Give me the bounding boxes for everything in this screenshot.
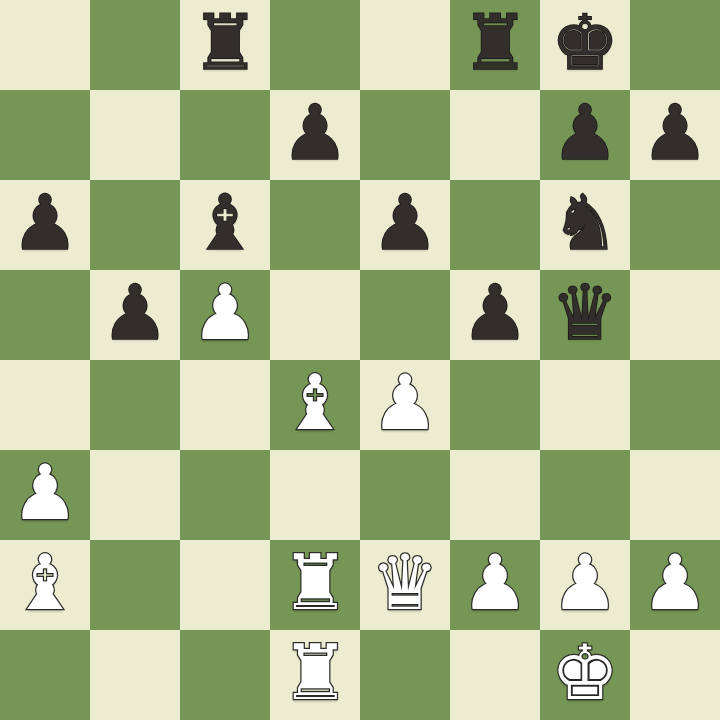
white-pawn-h2[interactable]: ♟ <box>641 540 709 628</box>
square-c5[interactable]: ♟ <box>180 270 270 360</box>
square-h7[interactable]: ♟ <box>630 90 720 180</box>
square-f1[interactable] <box>450 630 540 720</box>
square-g4[interactable] <box>540 360 630 450</box>
square-e2[interactable]: ♛ <box>360 540 450 630</box>
square-f5[interactable]: ♟ <box>450 270 540 360</box>
square-d7[interactable]: ♟ <box>270 90 360 180</box>
square-a7[interactable] <box>0 90 90 180</box>
square-g6[interactable]: ♞ <box>540 180 630 270</box>
square-h2[interactable]: ♟ <box>630 540 720 630</box>
square-d1[interactable]: ♜ <box>270 630 360 720</box>
square-a2[interactable]: ♝ <box>0 540 90 630</box>
square-c1[interactable] <box>180 630 270 720</box>
black-knight-g6[interactable]: ♞ <box>551 180 619 268</box>
square-c7[interactable] <box>180 90 270 180</box>
black-pawn-b5[interactable]: ♟ <box>101 270 169 358</box>
square-b3[interactable] <box>90 450 180 540</box>
square-g5[interactable]: ♛ <box>540 270 630 360</box>
square-d5[interactable] <box>270 270 360 360</box>
square-e7[interactable] <box>360 90 450 180</box>
square-g3[interactable] <box>540 450 630 540</box>
white-bishop-a2[interactable]: ♝ <box>11 540 79 628</box>
square-b1[interactable] <box>90 630 180 720</box>
white-rook-d2[interactable]: ♜ <box>281 540 349 628</box>
square-h4[interactable] <box>630 360 720 450</box>
square-c8[interactable]: ♜ <box>180 0 270 90</box>
square-g8[interactable]: ♚ <box>540 0 630 90</box>
square-d6[interactable] <box>270 180 360 270</box>
black-pawn-f5[interactable]: ♟ <box>461 270 529 358</box>
square-b4[interactable] <box>90 360 180 450</box>
square-e4[interactable]: ♟ <box>360 360 450 450</box>
square-e1[interactable] <box>360 630 450 720</box>
square-e8[interactable] <box>360 0 450 90</box>
square-f6[interactable] <box>450 180 540 270</box>
square-f4[interactable] <box>450 360 540 450</box>
square-a6[interactable]: ♟ <box>0 180 90 270</box>
square-d2[interactable]: ♜ <box>270 540 360 630</box>
black-king-g8[interactable]: ♚ <box>551 0 619 88</box>
black-queen-g5[interactable]: ♛ <box>551 270 619 358</box>
white-queen-e2[interactable]: ♛ <box>371 540 439 628</box>
square-h8[interactable] <box>630 0 720 90</box>
square-f7[interactable] <box>450 90 540 180</box>
square-h3[interactable] <box>630 450 720 540</box>
square-a4[interactable] <box>0 360 90 450</box>
square-c6[interactable]: ♝ <box>180 180 270 270</box>
black-rook-f8[interactable]: ♜ <box>461 0 529 88</box>
square-c4[interactable] <box>180 360 270 450</box>
white-rook-d1[interactable]: ♜ <box>281 630 349 718</box>
square-e5[interactable] <box>360 270 450 360</box>
square-b5[interactable]: ♟ <box>90 270 180 360</box>
white-pawn-g2[interactable]: ♟ <box>551 540 619 628</box>
square-f3[interactable] <box>450 450 540 540</box>
square-a3[interactable]: ♟ <box>0 450 90 540</box>
square-g7[interactable]: ♟ <box>540 90 630 180</box>
square-d3[interactable] <box>270 450 360 540</box>
square-e6[interactable]: ♟ <box>360 180 450 270</box>
black-pawn-h7[interactable]: ♟ <box>641 90 709 178</box>
square-b7[interactable] <box>90 90 180 180</box>
white-pawn-f2[interactable]: ♟ <box>461 540 529 628</box>
square-c2[interactable] <box>180 540 270 630</box>
square-h1[interactable] <box>630 630 720 720</box>
square-c3[interactable] <box>180 450 270 540</box>
square-d8[interactable] <box>270 0 360 90</box>
white-pawn-e4[interactable]: ♟ <box>371 360 439 448</box>
square-h6[interactable] <box>630 180 720 270</box>
square-g1[interactable]: ♚ <box>540 630 630 720</box>
white-king-g1[interactable]: ♚ <box>551 630 619 718</box>
square-f8[interactable]: ♜ <box>450 0 540 90</box>
square-a1[interactable] <box>0 630 90 720</box>
white-pawn-a3[interactable]: ♟ <box>11 450 79 538</box>
square-g2[interactable]: ♟ <box>540 540 630 630</box>
square-h5[interactable] <box>630 270 720 360</box>
square-e3[interactable] <box>360 450 450 540</box>
square-b6[interactable] <box>90 180 180 270</box>
square-d4[interactable]: ♝ <box>270 360 360 450</box>
chess-board: ♜♜♚♟♟♟♟♝♟♞♟♟♟♛♝♟♟♝♜♛♟♟♟♜♚ <box>0 0 720 720</box>
black-pawn-e6[interactable]: ♟ <box>371 180 439 268</box>
square-b2[interactable] <box>90 540 180 630</box>
square-f2[interactable]: ♟ <box>450 540 540 630</box>
black-rook-c8[interactable]: ♜ <box>191 0 259 88</box>
black-pawn-d7[interactable]: ♟ <box>281 90 349 178</box>
square-a8[interactable] <box>0 0 90 90</box>
white-pawn-c5[interactable]: ♟ <box>191 270 259 358</box>
white-bishop-d4[interactable]: ♝ <box>281 360 349 448</box>
square-a5[interactable] <box>0 270 90 360</box>
black-pawn-g7[interactable]: ♟ <box>551 90 619 178</box>
black-bishop-c6[interactable]: ♝ <box>191 180 259 268</box>
square-b8[interactable] <box>90 0 180 90</box>
black-pawn-a6[interactable]: ♟ <box>11 180 79 268</box>
